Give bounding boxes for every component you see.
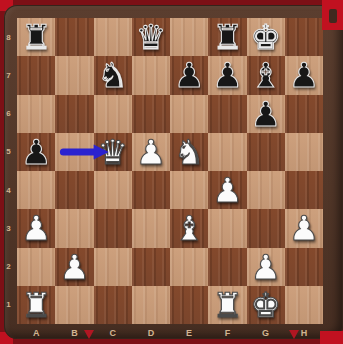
rank-label: 7 [2,56,15,94]
square[interactable]: ♝ [170,209,208,247]
square[interactable]: ♜ [17,286,55,324]
file-label: C [94,326,132,340]
file-label: G [247,326,285,340]
square[interactable]: ♟ [17,133,55,171]
piece-white-bishop[interactable]: ♝ [174,211,204,245]
piece-white-pawn[interactable]: ♟ [289,211,319,245]
piece-white-rook[interactable]: ♜ [212,288,242,322]
square[interactable] [208,95,246,133]
rank-label: 1 [2,286,15,324]
piece-white-king[interactable]: ♚ [250,288,280,322]
square[interactable] [94,286,132,324]
square[interactable] [55,18,93,56]
square[interactable] [17,171,55,209]
rank-label: 6 [2,95,15,133]
rank-label: 3 [2,209,15,247]
square[interactable] [55,95,93,133]
square[interactable]: ♜ [208,18,246,56]
square[interactable]: ♟ [132,133,170,171]
square[interactable] [132,171,170,209]
square[interactable] [170,286,208,324]
square[interactable]: ♛ [94,133,132,171]
square[interactable] [208,248,246,286]
square[interactable]: ♟ [285,209,323,247]
square[interactable]: ♟ [55,248,93,286]
piece-black-pawn[interactable]: ♟ [21,135,51,169]
piece-white-knight[interactable]: ♞ [174,135,204,169]
square[interactable] [208,209,246,247]
square[interactable] [247,133,285,171]
red-badge-slot-icon [329,9,337,23]
square[interactable] [170,95,208,133]
piece-white-pawn[interactable]: ♟ [212,173,242,207]
piece-black-pawn[interactable]: ♟ [212,58,242,92]
red-notch-icon [84,330,94,339]
square[interactable] [94,95,132,133]
red-notch-icon [289,330,299,339]
piece-black-queen[interactable]: ♛ [136,20,166,54]
board-squares: ♜♛♜♚♞♟♟♝♟♟♟♛♟♞♟♟♝♟♟♟♜♜♚ [17,18,323,324]
square[interactable] [285,18,323,56]
square[interactable] [132,95,170,133]
square[interactable]: ♜ [208,286,246,324]
square[interactable] [132,286,170,324]
square[interactable]: ♟ [17,209,55,247]
file-label: F [208,326,246,340]
square[interactable] [285,133,323,171]
square[interactable] [55,209,93,247]
rank-label: 8 [2,18,15,56]
square[interactable] [17,248,55,286]
square[interactable] [285,171,323,209]
square[interactable]: ♞ [94,56,132,94]
square[interactable]: ♝ [247,56,285,94]
square[interactable] [247,209,285,247]
square[interactable] [55,56,93,94]
rank-label: 2 [2,248,15,286]
file-label: A [17,326,55,340]
square[interactable] [285,95,323,133]
square[interactable] [132,209,170,247]
piece-white-queen[interactable]: ♛ [97,135,127,169]
piece-white-pawn[interactable]: ♟ [59,250,89,284]
piece-black-rook[interactable]: ♜ [212,20,242,54]
square[interactable]: ♟ [247,248,285,286]
square[interactable]: ♞ [170,133,208,171]
square[interactable]: ♚ [247,18,285,56]
square[interactable] [55,286,93,324]
square[interactable]: ♟ [285,56,323,94]
square[interactable] [17,56,55,94]
piece-white-pawn[interactable]: ♟ [136,135,166,169]
square[interactable]: ♟ [208,56,246,94]
square[interactable]: ♚ [247,286,285,324]
rank-label: 4 [2,171,15,209]
piece-black-pawn[interactable]: ♟ [250,97,280,131]
square[interactable] [170,171,208,209]
square[interactable]: ♛ [132,18,170,56]
square[interactable]: ♟ [170,56,208,94]
square[interactable] [94,171,132,209]
red-badge [322,0,343,30]
square[interactable] [170,18,208,56]
square[interactable] [247,171,285,209]
file-label: E [170,326,208,340]
piece-white-pawn[interactable]: ♟ [21,211,51,245]
square[interactable] [285,248,323,286]
piece-black-rook[interactable]: ♜ [21,20,51,54]
square[interactable]: ♟ [208,171,246,209]
piece-white-rook[interactable]: ♜ [21,288,51,322]
piece-black-pawn[interactable]: ♟ [289,58,319,92]
square[interactable] [94,18,132,56]
square[interactable]: ♜ [17,18,55,56]
piece-black-knight[interactable]: ♞ [97,58,127,92]
piece-black-king[interactable]: ♚ [250,20,280,54]
red-corner-accent-bottom-right [320,331,343,344]
square[interactable] [17,95,55,133]
square[interactable] [94,248,132,286]
square[interactable] [132,248,170,286]
square[interactable] [132,56,170,94]
piece-black-bishop[interactable]: ♝ [250,58,280,92]
file-label: D [132,326,170,340]
square[interactable] [170,248,208,286]
square[interactable]: ♟ [247,95,285,133]
rank-label: 5 [2,133,15,171]
square[interactable] [94,209,132,247]
piece-black-pawn[interactable]: ♟ [174,58,204,92]
square[interactable] [208,133,246,171]
square[interactable] [55,133,93,171]
square[interactable] [55,171,93,209]
piece-white-pawn[interactable]: ♟ [250,250,280,284]
rank-labels: 87654321 [2,18,15,324]
file-labels: ABCDEFGH [17,326,323,340]
square[interactable] [285,286,323,324]
chess-app-stage: ♜♛♜♚♞♟♟♝♟♟♟♛♟♞♟♟♝♟♟♟♜♜♚ 87654321 ABCDEFG… [0,0,343,344]
